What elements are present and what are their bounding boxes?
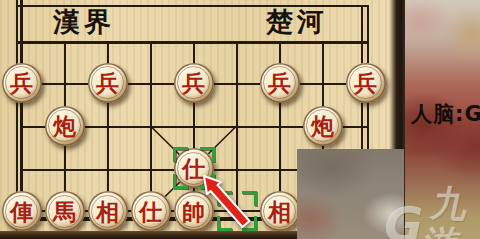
piece-character: 兵 [10,71,33,94]
censor-blur-patch [297,149,404,239]
piece-character: 仕 [182,157,205,180]
piece-red-soldier[interactable]: 兵 [2,63,42,103]
promo-screenshot: 漢界 楚河 俥馬相仕帥相仕炮炮兵兵兵兵兵 人脑:G G 九游 [0,0,480,239]
grid-line [150,41,152,212]
piece-character: 兵 [182,71,205,94]
piece-red-elephant[interactable]: 相 [260,191,300,231]
piece-character: 兵 [268,71,291,94]
piece-red-advisor[interactable]: 仕 [131,191,171,231]
piece-character: 馬 [53,200,76,223]
piece-character: 俥 [10,200,33,223]
piece-character: 炮 [53,114,76,137]
piece-red-soldier[interactable]: 兵 [260,63,300,103]
piece-red-soldier[interactable]: 兵 [174,63,214,103]
piece-red-soldier[interactable]: 兵 [346,63,386,103]
grid-line [20,0,23,221]
piece-red-horse[interactable]: 馬 [45,191,85,231]
piece-character: 相 [96,200,119,223]
river-label-hanjie: 漢界 [53,7,115,37]
piece-character: 兵 [96,71,119,94]
piece-character: 相 [268,200,291,223]
piece-character: 兵 [354,71,377,94]
ai-caption: 人脑:G [411,101,480,127]
piece-red-advisor[interactable]: 仕 [174,148,214,188]
piece-red-cannon[interactable]: 炮 [45,106,85,146]
piece-character: 仕 [139,200,162,223]
piece-red-elephant[interactable]: 相 [88,191,128,231]
piece-red-chariot[interactable]: 俥 [2,191,42,231]
piece-red-general[interactable]: 帥 [174,191,214,231]
piece-character: 帥 [182,200,205,223]
piece-character: 炮 [311,114,334,137]
river-label-chuhe: 楚河 [266,7,328,37]
grid-line [236,41,238,212]
piece-red-cannon[interactable]: 炮 [303,106,343,146]
piece-red-soldier[interactable]: 兵 [88,63,128,103]
